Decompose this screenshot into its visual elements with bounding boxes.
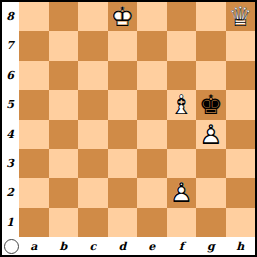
white-queen-glyph: ♕ [226, 2, 256, 31]
square-g6[interactable] [196, 61, 226, 90]
square-c6[interactable] [78, 61, 108, 90]
rank-label-2: 2 [2, 178, 18, 207]
rank-label-8: 8 [2, 2, 18, 31]
square-d2[interactable] [108, 178, 138, 207]
black-king-piece[interactable]: ♚ [196, 90, 226, 119]
square-f7[interactable] [167, 31, 197, 60]
chess-board: ♚♔♛♕♝♗♚♟♙♟♙ [19, 2, 255, 237]
white-bishop-glyph: ♗ [167, 90, 197, 119]
square-c7[interactable] [78, 31, 108, 60]
square-g8[interactable] [196, 2, 226, 31]
square-h4[interactable] [226, 120, 256, 149]
square-e5[interactable] [137, 90, 167, 119]
square-a8[interactable] [19, 2, 49, 31]
square-c2[interactable] [78, 178, 108, 207]
square-f4[interactable] [167, 120, 197, 149]
square-b5[interactable] [49, 90, 79, 119]
square-a6[interactable] [19, 61, 49, 90]
square-f6[interactable] [167, 61, 197, 90]
white-queen-piece[interactable]: ♛♕ [226, 2, 256, 31]
square-f2[interactable]: ♟♙ [167, 178, 197, 207]
file-label-b: b [49, 238, 79, 255]
square-d1[interactable] [108, 208, 138, 237]
square-e2[interactable] [137, 178, 167, 207]
square-e8[interactable] [137, 2, 167, 31]
square-b8[interactable] [49, 2, 79, 31]
black-king-glyph: ♚ [196, 90, 226, 119]
square-b4[interactable] [49, 120, 79, 149]
square-g4[interactable]: ♟♙ [196, 120, 226, 149]
square-f3[interactable] [167, 149, 197, 178]
rank-label-6: 6 [2, 61, 18, 90]
square-e3[interactable] [137, 149, 167, 178]
square-h3[interactable] [226, 149, 256, 178]
white-pawn-glyph: ♙ [196, 120, 226, 149]
white-pawn-glyph: ♙ [167, 178, 197, 207]
square-d4[interactable] [108, 120, 138, 149]
square-h6[interactable] [226, 61, 256, 90]
square-a1[interactable] [19, 208, 49, 237]
square-g3[interactable] [196, 149, 226, 178]
white-king-piece[interactable]: ♚♔ [108, 2, 138, 31]
white-bishop-piece[interactable]: ♝♗ [167, 90, 197, 119]
rank-label-4: 4 [2, 120, 18, 149]
square-f5[interactable]: ♝♗ [167, 90, 197, 119]
file-label-g: g [196, 238, 226, 255]
white-to-move-indicator [4, 239, 19, 254]
square-a4[interactable] [19, 120, 49, 149]
square-d7[interactable] [108, 31, 138, 60]
square-d3[interactable] [108, 149, 138, 178]
file-label-e: e [137, 238, 167, 255]
square-h1[interactable] [226, 208, 256, 237]
square-e4[interactable] [137, 120, 167, 149]
square-h2[interactable] [226, 178, 256, 207]
square-c4[interactable] [78, 120, 108, 149]
file-label-a: a [19, 238, 49, 255]
square-b2[interactable] [49, 178, 79, 207]
square-b1[interactable] [49, 208, 79, 237]
square-e6[interactable] [137, 61, 167, 90]
rank-label-5: 5 [2, 90, 18, 119]
square-d6[interactable] [108, 61, 138, 90]
square-a7[interactable] [19, 31, 49, 60]
file-label-f: f [167, 238, 197, 255]
square-g2[interactable] [196, 178, 226, 207]
square-c1[interactable] [78, 208, 108, 237]
square-c5[interactable] [78, 90, 108, 119]
square-d8[interactable]: ♚♔ [108, 2, 138, 31]
file-label-d: d [108, 238, 138, 255]
square-h7[interactable] [226, 31, 256, 60]
file-label-h: h [226, 238, 256, 255]
square-d5[interactable] [108, 90, 138, 119]
square-g7[interactable] [196, 31, 226, 60]
square-b7[interactable] [49, 31, 79, 60]
square-e1[interactable] [137, 208, 167, 237]
white-king-glyph: ♔ [108, 2, 138, 31]
square-b6[interactable] [49, 61, 79, 90]
square-a2[interactable] [19, 178, 49, 207]
rank-label-1: 1 [2, 208, 18, 237]
square-f8[interactable] [167, 2, 197, 31]
square-a5[interactable] [19, 90, 49, 119]
rank-label-3: 3 [2, 149, 18, 178]
white-pawn-piece[interactable]: ♟♙ [196, 120, 226, 149]
square-f1[interactable] [167, 208, 197, 237]
chess-diagram-frame: ♚♔♛♕♝♗♚♟♙♟♙ 87654321 abcdefgh [0, 0, 257, 257]
square-b3[interactable] [49, 149, 79, 178]
square-e7[interactable] [137, 31, 167, 60]
white-pawn-piece[interactable]: ♟♙ [167, 178, 197, 207]
square-c8[interactable] [78, 2, 108, 31]
square-a3[interactable] [19, 149, 49, 178]
square-g1[interactable] [196, 208, 226, 237]
file-label-c: c [78, 238, 108, 255]
square-h5[interactable] [226, 90, 256, 119]
square-g5[interactable]: ♚ [196, 90, 226, 119]
square-h8[interactable]: ♛♕ [226, 2, 256, 31]
rank-label-7: 7 [2, 31, 18, 60]
square-c3[interactable] [78, 149, 108, 178]
